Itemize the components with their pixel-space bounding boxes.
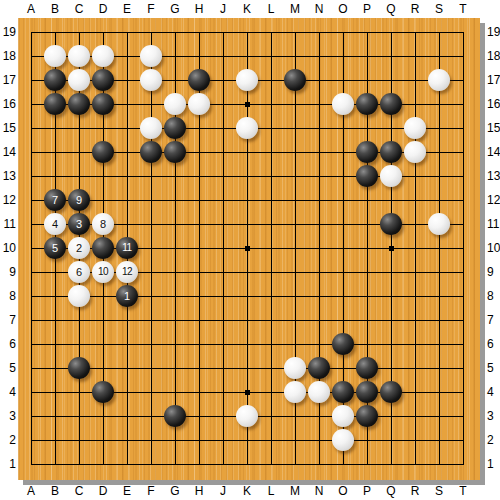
col-label-bottom-F: F — [147, 484, 154, 498]
row-label-left-3: 3 — [1, 409, 16, 423]
row-label-right-7: 7 — [487, 313, 494, 327]
stone-black-C5[interactable] — [68, 357, 90, 379]
stone-black-G15[interactable] — [164, 117, 186, 139]
row-label-left-11: 11 — [1, 217, 16, 231]
row-label-right-1: 1 — [487, 457, 494, 471]
row-label-right-17: 17 — [487, 73, 500, 87]
col-label-bottom-K: K — [243, 484, 251, 498]
stone-white-F18[interactable] — [140, 45, 162, 67]
stone-white-R15[interactable] — [404, 117, 426, 139]
row-label-left-6: 6 — [1, 337, 16, 351]
stone-black-Q14[interactable] — [380, 141, 402, 163]
col-label-top-J: J — [220, 2, 226, 16]
stone-white-B18[interactable] — [44, 45, 66, 67]
row-label-left-16: 16 — [1, 97, 16, 111]
stone-white-D18[interactable] — [92, 45, 114, 67]
move-number-label: 10 — [98, 267, 108, 277]
row-label-left-8: 8 — [1, 289, 16, 303]
stone-black-H17[interactable] — [188, 69, 210, 91]
col-label-top-Q: Q — [386, 2, 395, 16]
col-label-bottom-N: N — [315, 484, 324, 498]
stone-white-C10[interactable]: 2 — [68, 237, 90, 259]
grid-line-horizontal — [31, 320, 464, 321]
col-label-top-L: L — [268, 2, 275, 16]
col-label-bottom-C: C — [75, 484, 84, 498]
col-label-bottom-E: E — [123, 484, 131, 498]
row-label-left-2: 2 — [1, 433, 16, 447]
col-label-bottom-Q: Q — [386, 484, 395, 498]
move-number-label: 2 — [76, 243, 82, 254]
hoshi-point-K16 — [245, 102, 250, 107]
stone-white-K15[interactable] — [236, 117, 258, 139]
stone-white-B11[interactable]: 4 — [44, 213, 66, 235]
stone-white-R14[interactable] — [404, 141, 426, 163]
hoshi-point-Q10 — [389, 246, 394, 251]
move-number-label: 6 — [76, 267, 82, 278]
stone-black-G3[interactable] — [164, 405, 186, 427]
grid-line-vertical — [463, 32, 464, 465]
stone-black-P14[interactable] — [356, 141, 378, 163]
row-label-left-10: 10 — [1, 241, 16, 255]
col-label-top-K: K — [243, 2, 251, 16]
row-label-left-19: 19 — [1, 25, 16, 39]
col-label-bottom-D: D — [99, 484, 108, 498]
stone-black-P13[interactable] — [356, 165, 378, 187]
stone-white-S17[interactable] — [428, 69, 450, 91]
col-label-bottom-B: B — [51, 484, 59, 498]
col-label-bottom-J: J — [220, 484, 226, 498]
row-label-right-11: 11 — [487, 217, 499, 231]
move-number-label: 5 — [52, 243, 58, 254]
stone-black-E8[interactable]: 1 — [116, 285, 138, 307]
stone-black-C16[interactable] — [68, 93, 90, 115]
col-label-top-O: O — [338, 2, 347, 16]
col-label-bottom-H: H — [195, 484, 204, 498]
move-number-label: 12 — [122, 267, 132, 277]
row-label-right-5: 5 — [487, 361, 494, 375]
stone-black-P5[interactable] — [356, 357, 378, 379]
col-label-top-G: G — [170, 2, 179, 16]
stone-white-Q13[interactable] — [380, 165, 402, 187]
row-label-left-14: 14 — [1, 145, 16, 159]
grid-line-vertical — [271, 32, 272, 465]
stone-white-M5[interactable] — [284, 357, 306, 379]
stone-white-E9[interactable]: 12 — [116, 261, 138, 283]
stone-black-O6[interactable] — [332, 333, 354, 355]
col-label-bottom-T: T — [459, 484, 466, 498]
stone-white-O2[interactable] — [332, 429, 354, 451]
col-label-top-T: T — [459, 2, 466, 16]
stone-black-D17[interactable] — [92, 69, 114, 91]
col-label-top-M: M — [290, 2, 300, 16]
col-label-top-N: N — [315, 2, 324, 16]
row-label-right-8: 8 — [487, 289, 494, 303]
stone-white-M4[interactable] — [284, 381, 306, 403]
move-number-label: 8 — [100, 219, 106, 230]
stone-black-D14[interactable] — [92, 141, 114, 163]
col-label-bottom-O: O — [338, 484, 347, 498]
stone-white-C8[interactable] — [68, 285, 90, 307]
stone-white-G16[interactable] — [164, 93, 186, 115]
grid-line-vertical — [439, 32, 440, 465]
col-label-top-P: P — [363, 2, 371, 16]
go-diagram-screen: ABCDEFGHJKLMNOPQRST ABCDEFGHJKLMNOPQRST … — [0, 0, 500, 500]
row-label-left-12: 12 — [1, 193, 16, 207]
grid-line-vertical — [415, 32, 416, 465]
stone-white-N4[interactable] — [308, 381, 330, 403]
col-label-top-A: A — [27, 2, 35, 16]
stone-black-D4[interactable] — [92, 381, 114, 403]
col-label-top-E: E — [123, 2, 131, 16]
stone-white-D9[interactable]: 10 — [92, 261, 114, 283]
row-label-left-4: 4 — [1, 385, 16, 399]
grid-line-horizontal — [31, 440, 464, 441]
stone-white-O3[interactable] — [332, 405, 354, 427]
row-label-right-6: 6 — [487, 337, 494, 351]
row-label-left-18: 18 — [1, 49, 16, 63]
stone-black-O4[interactable] — [332, 381, 354, 403]
col-label-bottom-S: S — [435, 484, 443, 498]
col-label-top-C: C — [75, 2, 84, 16]
stone-white-C17[interactable] — [68, 69, 90, 91]
stone-black-Q4[interactable] — [380, 381, 402, 403]
stone-black-D16[interactable] — [92, 93, 114, 115]
stone-black-F14[interactable] — [140, 141, 162, 163]
row-label-left-15: 15 — [1, 121, 16, 135]
row-label-left-17: 17 — [1, 73, 16, 87]
stone-white-H16[interactable] — [188, 93, 210, 115]
col-label-bottom-M: M — [290, 484, 300, 498]
row-label-left-9: 9 — [1, 265, 16, 279]
stone-black-B16[interactable] — [44, 93, 66, 115]
col-label-bottom-P: P — [363, 484, 371, 498]
stone-white-C18[interactable] — [68, 45, 90, 67]
col-label-top-B: B — [51, 2, 59, 16]
stone-black-B12[interactable]: 7 — [44, 189, 66, 211]
row-label-right-4: 4 — [487, 385, 494, 399]
row-label-right-10: 10 — [487, 241, 500, 255]
row-label-right-13: 13 — [487, 169, 500, 183]
grid-line-horizontal — [31, 368, 464, 369]
col-label-bottom-L: L — [268, 484, 275, 498]
stone-white-F17[interactable] — [140, 69, 162, 91]
col-label-top-D: D — [99, 2, 108, 16]
row-label-left-5: 5 — [1, 361, 16, 375]
move-number-label: 1 — [124, 291, 130, 302]
col-label-top-F: F — [147, 2, 154, 16]
stone-black-P3[interactable] — [356, 405, 378, 427]
stone-white-K17[interactable] — [236, 69, 258, 91]
stone-black-Q11[interactable] — [380, 213, 402, 235]
stone-black-B17[interactable] — [44, 69, 66, 91]
stone-black-N5[interactable] — [308, 357, 330, 379]
col-label-top-S: S — [435, 2, 443, 16]
row-label-left-7: 7 — [1, 313, 16, 327]
col-label-bottom-R: R — [411, 484, 420, 498]
row-label-left-13: 13 — [1, 169, 16, 183]
stone-black-E10[interactable]: 11 — [116, 237, 138, 259]
stone-black-G14[interactable] — [164, 141, 186, 163]
stone-black-C12[interactable]: 9 — [68, 189, 90, 211]
col-label-top-H: H — [195, 2, 204, 16]
stone-black-M17[interactable] — [284, 69, 306, 91]
col-label-bottom-G: G — [170, 484, 179, 498]
hoshi-point-K10 — [245, 246, 250, 251]
row-label-left-1: 1 — [1, 457, 16, 471]
col-label-bottom-A: A — [27, 484, 35, 498]
stone-black-Q16[interactable] — [380, 93, 402, 115]
move-number-label: 11 — [122, 243, 131, 253]
col-label-top-R: R — [411, 2, 420, 16]
row-label-right-12: 12 — [487, 193, 500, 207]
stone-black-D10[interactable] — [92, 237, 114, 259]
row-label-right-19: 19 — [487, 25, 500, 39]
stone-white-S11[interactable] — [428, 213, 450, 235]
stone-black-P16[interactable] — [356, 93, 378, 115]
stone-black-B10[interactable]: 5 — [44, 237, 66, 259]
row-label-right-18: 18 — [487, 49, 500, 63]
stone-white-F15[interactable] — [140, 117, 162, 139]
stone-white-D11[interactable]: 8 — [92, 213, 114, 235]
stone-white-C9[interactable]: 6 — [68, 261, 90, 283]
row-label-right-15: 15 — [487, 121, 500, 135]
go-board[interactable]: 794385211610121 — [18, 18, 480, 480]
move-number-label: 9 — [76, 195, 82, 206]
grid-line-horizontal — [31, 296, 464, 297]
row-label-right-9: 9 — [487, 265, 494, 279]
row-label-right-3: 3 — [487, 409, 494, 423]
move-number-label: 4 — [52, 219, 58, 230]
stone-black-C11[interactable]: 3 — [68, 213, 90, 235]
row-label-right-14: 14 — [487, 145, 500, 159]
stone-white-O16[interactable] — [332, 93, 354, 115]
row-label-right-16: 16 — [487, 97, 500, 111]
hoshi-point-K4 — [245, 390, 250, 395]
stone-white-K3[interactable] — [236, 405, 258, 427]
stone-black-P4[interactable] — [356, 381, 378, 403]
row-label-right-2: 2 — [487, 433, 494, 447]
grid-line-horizontal — [31, 464, 464, 465]
grid-line-horizontal — [31, 344, 464, 345]
move-number-label: 7 — [52, 195, 58, 206]
move-number-label: 3 — [76, 219, 82, 230]
